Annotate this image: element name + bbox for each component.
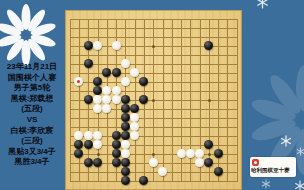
white-stone <box>130 68 139 77</box>
white-stone <box>93 131 102 140</box>
white-stone <box>74 77 83 86</box>
black-stone <box>204 41 213 50</box>
info-line: (五段) <box>0 104 64 115</box>
info-line: 黑胜3/4子 <box>0 157 64 168</box>
white-stone <box>158 167 167 176</box>
black-stone <box>84 59 93 68</box>
white-stone <box>195 158 204 167</box>
grid-line-vertical <box>237 19 238 182</box>
white-stone <box>130 131 139 140</box>
black-stone <box>112 68 121 77</box>
channel-watermark-text: 哈利围棋亚十赛 <box>251 166 291 174</box>
info-line: 23年11月21日 <box>0 62 64 73</box>
white-stone <box>112 95 121 104</box>
white-stone <box>195 149 204 158</box>
black-stone <box>102 68 111 77</box>
game-info-text: 23年11月21日国围棋个人赛男子第5轮黑棋:郑载想(五段)VS白棋:李欣宸(三… <box>0 62 64 168</box>
star-point <box>97 153 100 156</box>
snowflake-icon <box>296 147 304 156</box>
last-move-marker <box>77 80 80 83</box>
black-stone <box>84 41 93 50</box>
info-line: 国围棋个人赛 <box>0 73 64 84</box>
info-line: 白棋:李欣宸 <box>0 126 64 137</box>
white-stone <box>112 86 121 95</box>
black-stone <box>214 149 223 158</box>
white-stone <box>186 149 195 158</box>
white-stone <box>102 86 111 95</box>
black-stone <box>74 149 83 158</box>
info-line: 黑棋:郑载想 <box>0 94 64 105</box>
black-stone <box>121 158 130 167</box>
white-stone <box>93 104 102 113</box>
black-stone <box>139 77 148 86</box>
grid-line-horizontal <box>70 127 238 128</box>
black-stone <box>130 104 139 113</box>
grid-line-horizontal <box>70 181 238 182</box>
star-point <box>152 153 155 156</box>
white-stone <box>93 95 102 104</box>
black-stone <box>214 167 223 176</box>
black-stone <box>112 149 121 158</box>
white-stone <box>93 140 102 149</box>
white-stone <box>84 131 93 140</box>
black-stone <box>121 113 130 122</box>
white-stone <box>177 149 186 158</box>
info-line: 黑贴3又3/4子 <box>0 147 64 158</box>
white-stone <box>121 140 130 149</box>
white-stone <box>102 104 111 113</box>
white-stone <box>121 59 130 68</box>
black-stone <box>204 158 213 167</box>
star-point <box>152 45 155 48</box>
white-stone <box>149 158 158 167</box>
snowflake-icon <box>261 179 271 189</box>
black-stone <box>121 104 130 113</box>
go-board[interactable] <box>65 10 242 190</box>
white-stone <box>74 131 83 140</box>
white-stone <box>121 149 130 158</box>
black-stone <box>204 140 213 149</box>
star-point <box>208 99 211 102</box>
star-point <box>152 99 155 102</box>
black-stone <box>93 86 102 95</box>
info-line: (三段) <box>0 136 64 147</box>
black-stone <box>121 167 130 176</box>
white-stone <box>130 122 139 131</box>
snowflake-icon <box>256 0 269 9</box>
black-stone <box>74 140 83 149</box>
black-stone <box>84 158 93 167</box>
black-stone <box>84 140 93 149</box>
grid-line-vertical <box>172 19 173 182</box>
channel-watermark-badge: 哈利围棋亚十赛 <box>250 157 296 177</box>
info-panel: 23年11月21日国围棋个人赛男子第5轮黑棋:郑载想(五段)VS白棋:李欣宸(三… <box>0 0 65 190</box>
black-stone <box>84 95 93 104</box>
play-badge-icon <box>252 159 259 166</box>
black-stone <box>93 77 102 86</box>
black-stone <box>139 176 148 185</box>
flower-logo-icon <box>0 4 60 66</box>
star-point <box>208 153 211 156</box>
grid-line-vertical <box>163 19 164 182</box>
black-stone <box>112 140 121 149</box>
black-stone <box>121 122 130 131</box>
grid-line-horizontal <box>70 118 238 119</box>
white-stone <box>112 41 121 50</box>
snowflake-icon <box>280 135 292 147</box>
white-stone <box>102 95 111 104</box>
grid-line-horizontal <box>70 172 238 173</box>
grid-line-vertical <box>227 19 228 182</box>
info-line: 男子第5轮 <box>0 83 64 94</box>
black-stone <box>93 158 102 167</box>
black-stone <box>121 176 130 185</box>
snowflake-icon <box>294 180 304 190</box>
white-stone <box>121 77 130 86</box>
black-stone <box>121 131 130 140</box>
black-stone <box>139 95 148 104</box>
white-stone <box>93 41 102 50</box>
info-line: VS <box>0 115 64 126</box>
video-frame: 23年11月21日国围棋个人赛男子第5轮黑棋:郑载想(五段)VS白棋:李欣宸(三… <box>0 0 304 190</box>
black-stone <box>112 158 121 167</box>
black-stone <box>121 95 130 104</box>
white-stone <box>130 113 139 122</box>
black-stone <box>112 131 121 140</box>
